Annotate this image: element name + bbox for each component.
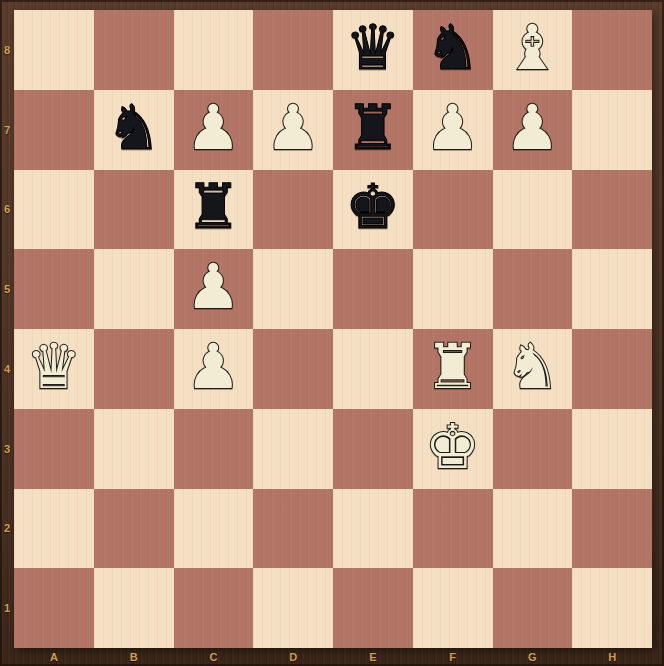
square-e5[interactable] [333,249,413,329]
file-label-g: G [493,651,573,663]
rank-label-3: 3 [0,443,14,455]
square-g1[interactable] [493,568,573,648]
file-label-e: E [333,651,413,663]
white-pawn-d7[interactable]: ♟ [265,97,321,159]
chess-board: ♛♞♝♞♟♟♜♟♟♜♚♟♛♟♜♞♚ [14,10,652,648]
square-c6[interactable]: ♜ [174,170,254,250]
square-a5[interactable] [14,249,94,329]
square-d6[interactable] [253,170,333,250]
square-g3[interactable] [493,409,573,489]
file-label-h: H [572,651,652,663]
file-label-b: B [94,651,174,663]
square-h7[interactable] [572,90,652,170]
square-f2[interactable] [413,489,493,569]
square-f8[interactable]: ♞ [413,10,493,90]
square-f1[interactable] [413,568,493,648]
square-a1[interactable] [14,568,94,648]
square-b2[interactable] [94,489,174,569]
rank-label-2: 2 [0,522,14,534]
square-a4[interactable]: ♛ [14,329,94,409]
square-c7[interactable]: ♟ [174,90,254,170]
square-f6[interactable] [413,170,493,250]
square-h8[interactable] [572,10,652,90]
white-pawn-c5[interactable]: ♟ [186,256,242,318]
square-b5[interactable] [94,249,174,329]
rank-label-7: 7 [0,124,14,136]
square-e8[interactable]: ♛ [333,10,413,90]
black-rook-c6[interactable]: ♜ [186,176,242,238]
square-d5[interactable] [253,249,333,329]
white-pawn-f7[interactable]: ♟ [425,97,481,159]
square-h6[interactable] [572,170,652,250]
square-h2[interactable] [572,489,652,569]
square-c2[interactable] [174,489,254,569]
square-a3[interactable] [14,409,94,489]
square-c5[interactable]: ♟ [174,249,254,329]
square-b1[interactable] [94,568,174,648]
square-h1[interactable] [572,568,652,648]
rank-label-1: 1 [0,602,14,614]
square-h3[interactable] [572,409,652,489]
white-knight-g4[interactable]: ♞ [505,336,561,398]
square-b8[interactable] [94,10,174,90]
square-f3[interactable]: ♚ [413,409,493,489]
square-e1[interactable] [333,568,413,648]
black-queen-e8[interactable]: ♛ [345,17,401,79]
square-c1[interactable] [174,568,254,648]
square-a7[interactable] [14,90,94,170]
square-d3[interactable] [253,409,333,489]
square-h4[interactable] [572,329,652,409]
square-a8[interactable] [14,10,94,90]
square-g4[interactable]: ♞ [493,329,573,409]
square-d8[interactable] [253,10,333,90]
white-pawn-g7[interactable]: ♟ [505,97,561,159]
square-f4[interactable]: ♜ [413,329,493,409]
white-pawn-c4[interactable]: ♟ [186,336,242,398]
square-a6[interactable] [14,170,94,250]
square-d7[interactable]: ♟ [253,90,333,170]
square-h5[interactable] [572,249,652,329]
square-g5[interactable] [493,249,573,329]
square-e3[interactable] [333,409,413,489]
black-knight-f8[interactable]: ♞ [425,17,481,79]
black-rook-e7[interactable]: ♜ [345,97,401,159]
rank-label-4: 4 [0,363,14,375]
square-d1[interactable] [253,568,333,648]
square-c8[interactable] [174,10,254,90]
square-d4[interactable] [253,329,333,409]
file-label-a: A [14,651,94,663]
square-f7[interactable]: ♟ [413,90,493,170]
black-knight-b7[interactable]: ♞ [106,97,162,159]
square-g2[interactable] [493,489,573,569]
square-c3[interactable] [174,409,254,489]
square-b7[interactable]: ♞ [94,90,174,170]
square-c4[interactable]: ♟ [174,329,254,409]
file-label-d: D [253,651,333,663]
square-g7[interactable]: ♟ [493,90,573,170]
square-a2[interactable] [14,489,94,569]
white-king-f3[interactable]: ♚ [425,416,481,478]
file-label-c: C [174,651,254,663]
rank-label-5: 5 [0,283,14,295]
white-queen-a4[interactable]: ♛ [26,336,82,398]
square-e4[interactable] [333,329,413,409]
white-bishop-g8[interactable]: ♝ [505,17,561,79]
white-pawn-c7[interactable]: ♟ [186,97,242,159]
square-b3[interactable] [94,409,174,489]
square-e7[interactable]: ♜ [333,90,413,170]
black-king-e6[interactable]: ♚ [345,176,401,238]
square-d2[interactable] [253,489,333,569]
white-rook-f4[interactable]: ♜ [425,336,481,398]
file-label-f: F [413,651,493,663]
rank-label-8: 8 [0,44,14,56]
square-g6[interactable] [493,170,573,250]
rank-label-6: 6 [0,203,14,215]
board-frame: ♛♞♝♞♟♟♜♟♟♜♚♟♛♟♜♞♚ 87654321ABCDEFGH [0,0,664,666]
square-f5[interactable] [413,249,493,329]
square-b4[interactable] [94,329,174,409]
square-e2[interactable] [333,489,413,569]
square-b6[interactable] [94,170,174,250]
square-e6[interactable]: ♚ [333,170,413,250]
square-g8[interactable]: ♝ [493,10,573,90]
